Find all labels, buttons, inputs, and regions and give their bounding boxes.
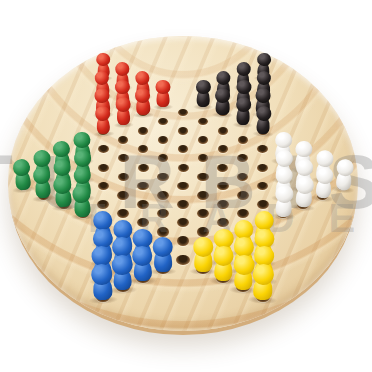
peg-head — [295, 140, 313, 158]
peg-yellow[interactable] — [233, 254, 255, 290]
peg-yellow[interactable] — [213, 246, 234, 281]
peg-head — [73, 149, 91, 167]
peg-red[interactable] — [135, 88, 151, 115]
peg-green[interactable] — [52, 175, 72, 208]
peg-head — [153, 237, 173, 257]
peg-green[interactable] — [32, 167, 52, 199]
peg-head — [216, 88, 231, 103]
peg-head — [256, 71, 271, 86]
peg-head — [335, 158, 354, 177]
peg-head — [295, 175, 314, 194]
peg-head — [91, 263, 113, 285]
peg-head — [315, 149, 333, 167]
peg-head — [193, 237, 213, 257]
peg-blue[interactable] — [91, 263, 114, 300]
peg-head — [115, 62, 130, 76]
peg-head — [196, 80, 211, 94]
peg-head — [274, 184, 293, 203]
peg-head — [216, 71, 231, 85]
peg-head — [135, 88, 150, 103]
peg-blue[interactable] — [153, 237, 173, 272]
peg-white[interactable] — [314, 167, 334, 199]
peg-yellow[interactable] — [252, 263, 275, 300]
peg-black[interactable] — [196, 80, 211, 107]
peg-head — [233, 254, 254, 275]
peg-red[interactable] — [155, 80, 170, 107]
peg-head — [253, 263, 275, 285]
peg-black[interactable] — [215, 88, 231, 115]
peg-white[interactable] — [334, 158, 354, 190]
peg-head — [236, 79, 251, 94]
peg-head — [275, 149, 293, 167]
peg-green[interactable] — [12, 158, 32, 190]
peg-white[interactable] — [294, 175, 314, 208]
peg-head — [52, 175, 71, 194]
product-photo-chinese-checkers: TURBIS TRADE — [0, 0, 372, 372]
peg-blue[interactable] — [112, 254, 134, 290]
peg-red[interactable] — [94, 106, 111, 135]
peg-blue[interactable] — [132, 246, 153, 281]
peg-head — [275, 132, 292, 149]
pegs-layer — [0, 0, 372, 372]
peg-green[interactable] — [72, 184, 92, 217]
peg-head — [236, 97, 252, 112]
peg-white[interactable] — [274, 184, 294, 217]
peg-black[interactable] — [255, 106, 272, 135]
peg-red[interactable] — [115, 97, 131, 125]
peg-head — [295, 158, 314, 176]
peg-head — [115, 79, 130, 94]
peg-head — [155, 80, 170, 94]
peg-head — [94, 106, 110, 122]
peg-head — [112, 254, 133, 275]
peg-head — [256, 106, 272, 122]
peg-yellow[interactable] — [193, 237, 213, 272]
peg-head — [256, 88, 272, 103]
peg-black[interactable] — [235, 97, 251, 125]
peg-head — [254, 211, 274, 231]
peg-head — [236, 62, 251, 76]
